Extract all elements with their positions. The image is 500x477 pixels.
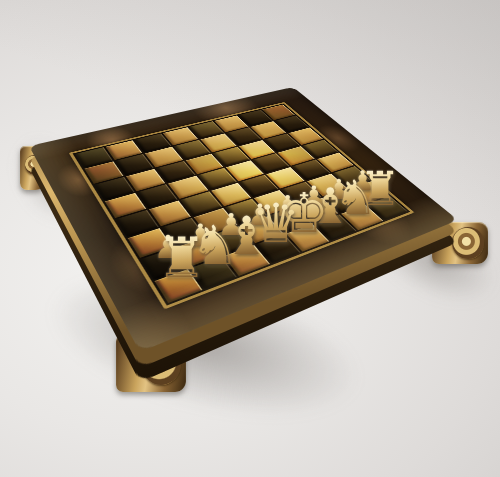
product-photo-stage: ♟♟♟♟♟♟♟♟♜♞♝♛♚♝♞♜ [0,0,500,477]
